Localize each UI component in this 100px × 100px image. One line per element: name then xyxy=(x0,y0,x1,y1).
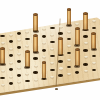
board-hole-light xyxy=(50,76,54,78)
board-hole-dark xyxy=(58,60,63,63)
board-hole-dark xyxy=(92,69,97,72)
board-hole-dark xyxy=(25,80,30,83)
peg-cap-icon xyxy=(42,61,47,64)
peg-base-shadow xyxy=(74,65,80,68)
board-hole-light xyxy=(9,62,13,64)
board-hole-light xyxy=(42,28,46,30)
board-hole-dark xyxy=(50,69,55,72)
peg-shaft xyxy=(33,15,38,31)
board-hole-light xyxy=(25,31,29,33)
board-hole-light xyxy=(9,76,13,78)
board-hole-dark xyxy=(83,63,88,66)
board-hole-dark xyxy=(9,40,14,43)
board-hole-dark xyxy=(17,46,22,49)
board-hole-light xyxy=(17,39,21,41)
board-hole-dark xyxy=(0,35,5,38)
board-hole-light xyxy=(75,23,79,25)
board-hole-light xyxy=(1,70,5,72)
board-hole-dark xyxy=(92,55,97,58)
board-hole-dark xyxy=(0,77,5,80)
peg-base-shadow xyxy=(66,24,72,27)
board-hole-light xyxy=(59,25,63,27)
peg[interactable] xyxy=(42,61,47,80)
board-hole-light xyxy=(84,42,88,44)
peg-base-shadow xyxy=(24,66,30,69)
board-hole-light xyxy=(50,48,54,50)
peg[interactable] xyxy=(25,50,30,69)
board-hole-light xyxy=(9,48,13,50)
peg-cap-icon xyxy=(67,8,72,11)
board-hole-dark xyxy=(50,55,55,58)
board-hole-light xyxy=(84,70,88,72)
board-hole-light xyxy=(34,65,38,67)
board-hole-dark xyxy=(9,82,14,85)
board-hole-light xyxy=(1,84,5,86)
board-hole-dark xyxy=(50,27,55,30)
board-hole-dark xyxy=(17,32,22,35)
board-hole-dark xyxy=(67,66,72,69)
peg-base-shadow xyxy=(91,48,97,51)
board-hole-light xyxy=(17,81,21,83)
board-hole-dark xyxy=(25,38,30,41)
board-hole-dark xyxy=(92,27,97,30)
board-hole-light xyxy=(17,67,21,69)
board-hole-light xyxy=(25,73,29,75)
peg-base-shadow xyxy=(0,63,6,66)
board-hole-dark xyxy=(17,60,22,63)
peg[interactable] xyxy=(33,13,38,32)
peg[interactable] xyxy=(58,37,63,56)
peg-shaft xyxy=(25,51,30,67)
peg-shaft xyxy=(91,33,96,49)
peg-base-shadow xyxy=(33,30,39,33)
board-hole-dark xyxy=(83,35,88,38)
peg-cap-icon xyxy=(91,32,96,35)
board-hole-dark xyxy=(50,41,55,44)
peg[interactable] xyxy=(83,12,88,31)
board-hole-dark xyxy=(75,71,80,74)
board-hole-light xyxy=(9,34,13,36)
board-hole-light xyxy=(67,31,71,33)
peg-shaft xyxy=(0,48,5,64)
peg[interactable] xyxy=(91,32,96,51)
board-hole-light xyxy=(50,62,54,64)
peg[interactable] xyxy=(75,27,80,46)
board-hole-dark xyxy=(67,52,72,55)
peg-base-shadow xyxy=(41,78,47,81)
holes-and-pegs-layer xyxy=(0,0,100,100)
peg[interactable] xyxy=(75,48,80,67)
peg[interactable] xyxy=(0,47,5,66)
peg-cap-icon xyxy=(83,12,88,15)
board-hole-dark xyxy=(33,71,38,74)
board-hole-light xyxy=(92,62,96,64)
board-hole-dark xyxy=(58,32,63,35)
board-hole-dark xyxy=(9,54,14,57)
peg-base-shadow xyxy=(58,54,64,57)
peg-base-shadow xyxy=(33,51,39,54)
board-hole-light xyxy=(67,59,71,61)
board-hole-dark xyxy=(42,35,47,38)
peg-shaft xyxy=(67,9,72,25)
peg-cap-icon xyxy=(25,50,30,53)
board-hole-light xyxy=(34,79,38,81)
board-hole-light xyxy=(42,56,46,58)
board-hole-light xyxy=(67,73,71,75)
game-board xyxy=(0,0,100,100)
peg-shaft xyxy=(58,38,63,54)
peg-base-shadow xyxy=(82,29,88,32)
board-hole-light xyxy=(1,42,5,44)
board-hole-light xyxy=(17,53,21,55)
peg-shaft xyxy=(33,36,38,52)
board-hole-dark xyxy=(33,57,38,60)
board-hole-dark xyxy=(58,74,63,77)
peg-shaft xyxy=(75,50,80,66)
peg-shaft xyxy=(75,29,80,45)
peg[interactable] xyxy=(67,8,72,27)
board-hole-light xyxy=(50,34,54,36)
photo-canvas xyxy=(0,0,100,100)
board-hole-dark xyxy=(67,38,72,41)
peg-shaft xyxy=(83,13,88,29)
board-hole-dark xyxy=(9,68,14,71)
board-hole-light xyxy=(92,20,96,22)
board-hole-light xyxy=(59,67,63,69)
board-hole-light xyxy=(67,45,71,47)
peg-cap-icon xyxy=(0,47,5,50)
board-hole-light xyxy=(84,56,88,58)
board-hole-light xyxy=(42,42,46,44)
board-hole-light xyxy=(25,45,29,47)
board-hole-dark xyxy=(83,49,88,52)
board-hole-dark xyxy=(42,49,47,52)
peg-base-shadow xyxy=(74,44,80,47)
peg-shaft xyxy=(42,62,47,78)
peg[interactable] xyxy=(33,34,38,53)
board-hole-dark xyxy=(17,74,22,77)
